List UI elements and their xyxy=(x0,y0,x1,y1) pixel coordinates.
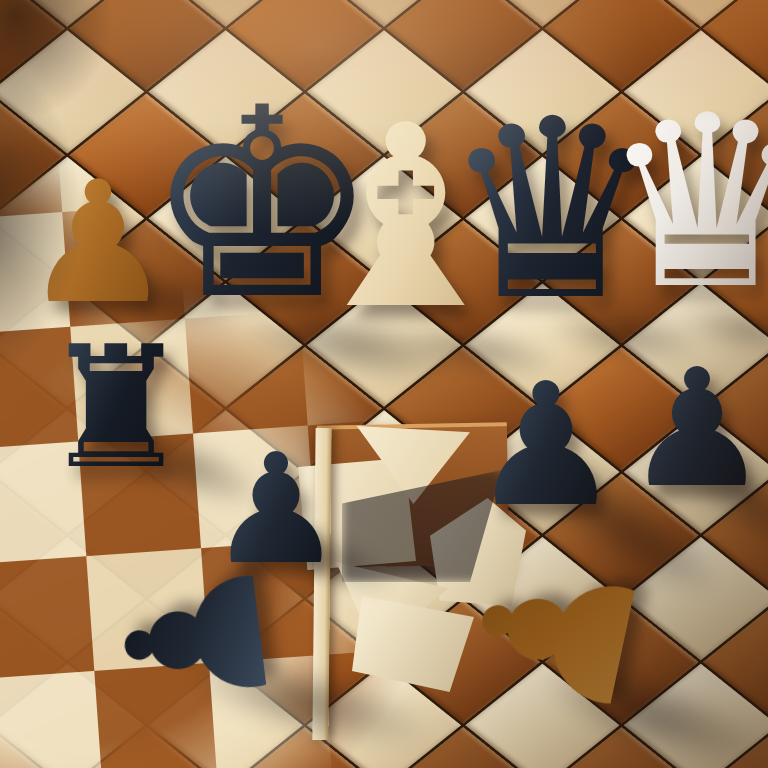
pawn-glyph: ♟ xyxy=(624,347,768,510)
rook-glyph: ♜ xyxy=(41,324,192,492)
black-pawn-h4-piece[interactable]: ♟ xyxy=(624,347,768,510)
white-queen-piece[interactable]: ♛ xyxy=(600,84,768,322)
black-pawn-f4-piece[interactable]: ♟ xyxy=(470,360,622,530)
black-pawn-fallen-piece[interactable]: ♟ xyxy=(94,544,299,732)
queen-glyph: ♛ xyxy=(600,84,768,322)
black-rook-piece[interactable]: ♜ xyxy=(41,324,192,492)
pawn-glyph: ♟ xyxy=(470,360,622,530)
pawn-glyph: ♟ xyxy=(94,544,299,732)
chess-scene: ♟♚♝♛♛♜♟♟♟♟♟ xyxy=(0,0,768,768)
